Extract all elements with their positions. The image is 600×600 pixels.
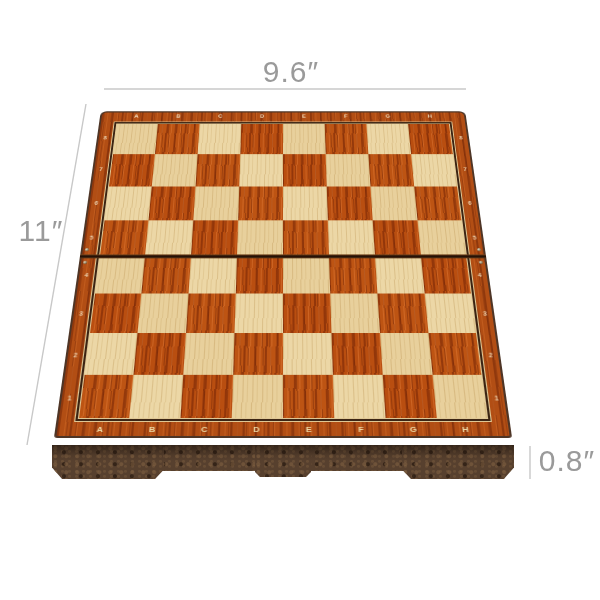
dimension-lines <box>0 0 600 600</box>
product-photo-stage: 9.6″ 11″ 0.8″ ABCDEFGH ABCDEFGH 87654321… <box>0 0 600 600</box>
height-dimension-line <box>27 104 86 445</box>
dimension-label-width: 9.6″ <box>263 55 319 89</box>
dimension-label-height: 11″ <box>19 214 64 248</box>
dimension-label-thickness: 0.8″ <box>539 444 595 478</box>
